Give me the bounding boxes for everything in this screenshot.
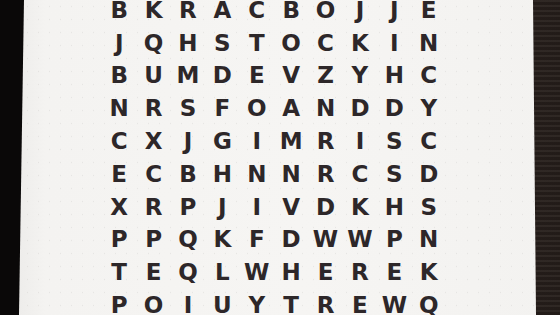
grid-cell-r10c5: Y — [240, 289, 274, 315]
grid-cell-r4c7: N — [308, 92, 342, 125]
grid-cell-r4c1: N — [102, 92, 136, 125]
grid-cell-r9c5: W — [240, 256, 274, 289]
grid-cell-r2c9: I — [377, 27, 411, 60]
grid-cell-r2c3: H — [171, 27, 205, 60]
grid-cell-r8c5: F — [240, 224, 274, 257]
grid-cell-r4c10: Y — [412, 92, 446, 125]
grid-cell-r9c4: L — [205, 256, 239, 289]
grid-cell-r3c4: D — [205, 60, 239, 93]
grid-cell-r3c1: B — [102, 60, 136, 93]
grid-cell-r5c8: I — [343, 125, 377, 158]
grid-cell-r8c9: P — [377, 224, 411, 257]
grid-cell-r6c2: C — [136, 158, 170, 191]
grid-cell-r9c3: Q — [171, 256, 205, 289]
grid-cell-r8c1: P — [102, 224, 136, 257]
paper-sheet: BKRACBOJJEJQHSTOCKINBUMDEVZYHCNRSFOANDDY… — [0, 0, 560, 315]
grid-cell-r1c1: B — [102, 0, 136, 27]
grid-cell-r9c8: R — [343, 256, 377, 289]
grid-cell-r1c3: R — [171, 0, 205, 27]
grid-cell-r4c4: F — [205, 92, 239, 125]
grid-cell-r3c8: Y — [343, 60, 377, 93]
grid-cell-r10c6: T — [274, 289, 308, 315]
grid-cell-r2c8: K — [343, 27, 377, 60]
grid-cell-r6c10: D — [412, 158, 446, 191]
grid-cell-r10c3: I — [171, 289, 205, 315]
grid-cell-r10c7: R — [308, 289, 342, 315]
grid-cell-r5c5: I — [240, 125, 274, 158]
grid-cell-r3c10: C — [412, 60, 446, 93]
grid-cell-r3c6: V — [274, 60, 308, 93]
grid-cell-r9c1: T — [102, 256, 136, 289]
grid-cell-r2c6: O — [274, 27, 308, 60]
grid-cell-r2c5: T — [240, 27, 274, 60]
grid-cell-r7c3: P — [171, 191, 205, 224]
grid-cell-r10c2: O — [136, 289, 170, 315]
grid-cell-r7c2: R — [136, 191, 170, 224]
grid-cell-r1c2: K — [136, 0, 170, 27]
grid-cell-r7c1: X — [102, 191, 136, 224]
grid-cell-r8c7: W — [308, 224, 342, 257]
grid-cell-r10c9: W — [377, 289, 411, 315]
grid-cell-r8c8: W — [343, 224, 377, 257]
grid-cell-r4c2: R — [136, 92, 170, 125]
grid-cell-r6c6: N — [274, 158, 308, 191]
grid-cell-r2c1: J — [102, 27, 136, 60]
grid-cell-r6c4: H — [205, 158, 239, 191]
grid-cell-r6c1: E — [102, 158, 136, 191]
grid-cell-r8c6: D — [274, 224, 308, 257]
grid-cell-r10c1: P — [102, 289, 136, 315]
grid-cell-r2c2: Q — [136, 27, 170, 60]
grid-cell-r4c8: D — [343, 92, 377, 125]
grid-cell-r5c7: R — [308, 125, 342, 158]
grid-cell-r8c10: N — [412, 224, 446, 257]
grid-cell-r1c10: E — [412, 0, 446, 27]
grid-cell-r5c2: X — [136, 125, 170, 158]
grid-cell-r6c8: C — [343, 158, 377, 191]
grid-cell-r3c9: H — [377, 60, 411, 93]
grid-cell-r10c8: E — [343, 289, 377, 315]
grid-cell-r6c7: R — [308, 158, 342, 191]
grid-cell-r8c3: Q — [171, 224, 205, 257]
grid-cell-r4c5: O — [240, 92, 274, 125]
grid-cell-r9c2: E — [136, 256, 170, 289]
grid-cell-r9c7: E — [308, 256, 342, 289]
grid-cell-r5c1: C — [102, 125, 136, 158]
grid-cell-r2c7: C — [308, 27, 342, 60]
grid-cell-r7c8: K — [343, 191, 377, 224]
grid-cell-r2c4: S — [205, 27, 239, 60]
grid-cell-r8c2: P — [136, 224, 170, 257]
grid-cell-r10c4: U — [205, 289, 239, 315]
grid-cell-r6c5: N — [240, 158, 274, 191]
grid-cell-r5c6: M — [274, 125, 308, 158]
grid-cell-r5c4: G — [205, 125, 239, 158]
grid-cell-r8c4: K — [205, 224, 239, 257]
grid-cell-r3c7: Z — [308, 60, 342, 93]
grid-cell-r7c5: I — [240, 191, 274, 224]
grid-cell-r6c9: S — [377, 158, 411, 191]
grid-cell-r3c2: U — [136, 60, 170, 93]
grid-cell-r4c6: A — [274, 92, 308, 125]
photo-background: BKRACBOJJEJQHSTOCKINBUMDEVZYHCNRSFOANDDY… — [0, 0, 560, 315]
word-search-grid: BKRACBOJJEJQHSTOCKINBUMDEVZYHCNRSFOANDDY… — [102, 0, 446, 315]
grid-cell-r1c6: B — [274, 0, 308, 27]
grid-cell-r7c4: J — [205, 191, 239, 224]
grid-cell-r5c3: J — [171, 125, 205, 158]
grid-cell-r7c9: H — [377, 191, 411, 224]
grid-cell-r1c8: J — [343, 0, 377, 27]
grid-cell-r4c9: D — [377, 92, 411, 125]
grid-cell-r7c10: S — [412, 191, 446, 224]
grid-cell-r6c3: B — [171, 158, 205, 191]
grid-cell-r1c4: A — [205, 0, 239, 27]
grid-cell-r10c10: Q — [412, 289, 446, 315]
grid-cell-r3c5: E — [240, 60, 274, 93]
grid-cell-r1c5: C — [240, 0, 274, 27]
grid-cell-r9c6: H — [274, 256, 308, 289]
grid-cell-r5c10: C — [412, 125, 446, 158]
grid-cell-r1c9: J — [377, 0, 411, 27]
grid-cell-r3c3: M — [171, 60, 205, 93]
grid-cell-r7c7: D — [308, 191, 342, 224]
grid-cell-r7c6: V — [274, 191, 308, 224]
grid-cell-r9c9: E — [377, 256, 411, 289]
grid-cell-r2c10: N — [412, 27, 446, 60]
grid-cell-r9c10: K — [412, 256, 446, 289]
grid-cell-r5c9: S — [377, 125, 411, 158]
grid-cell-r1c7: O — [308, 0, 342, 27]
grid-cell-r4c3: S — [171, 92, 205, 125]
